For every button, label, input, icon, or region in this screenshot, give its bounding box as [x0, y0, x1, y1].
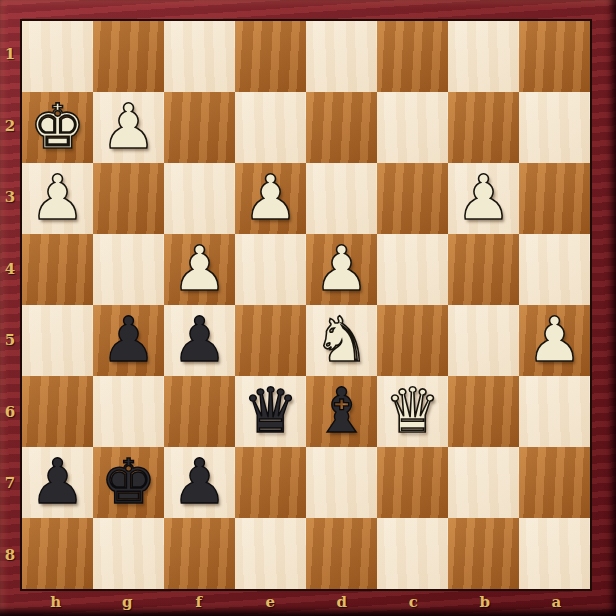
- piece-white-pawn[interactable]: ♟: [527, 309, 583, 371]
- square-h4[interactable]: [22, 234, 93, 305]
- file-label-d: d: [306, 593, 378, 612]
- rank-label-1: 1: [0, 19, 20, 91]
- square-b1[interactable]: [448, 21, 519, 92]
- square-c7[interactable]: [377, 447, 448, 518]
- chess-board: ♚♟♟♟♟♟♟♟♟♞♟♛♝♛♟♚♟: [20, 19, 592, 591]
- piece-black-queen[interactable]: ♛: [243, 380, 299, 442]
- square-h1[interactable]: [22, 21, 93, 92]
- square-g2[interactable]: ♟: [93, 92, 164, 163]
- square-e4[interactable]: [235, 234, 306, 305]
- file-label-h: h: [20, 593, 92, 612]
- square-b6[interactable]: [448, 376, 519, 447]
- piece-white-pawn[interactable]: ♟: [30, 167, 86, 229]
- piece-black-pawn[interactable]: ♟: [172, 309, 228, 371]
- square-b3[interactable]: ♟: [448, 163, 519, 234]
- file-label-a: a: [521, 593, 593, 612]
- square-e6[interactable]: ♛: [235, 376, 306, 447]
- square-f8[interactable]: [164, 518, 235, 589]
- piece-black-pawn[interactable]: ♟: [172, 451, 228, 513]
- square-a8[interactable]: [519, 518, 590, 589]
- square-d2[interactable]: [306, 92, 377, 163]
- square-b4[interactable]: [448, 234, 519, 305]
- square-g4[interactable]: [93, 234, 164, 305]
- square-c8[interactable]: [377, 518, 448, 589]
- square-g8[interactable]: [93, 518, 164, 589]
- square-d4[interactable]: ♟: [306, 234, 377, 305]
- square-b2[interactable]: [448, 92, 519, 163]
- square-f3[interactable]: [164, 163, 235, 234]
- square-h3[interactable]: ♟: [22, 163, 93, 234]
- piece-white-pawn[interactable]: ♟: [456, 167, 512, 229]
- square-a6[interactable]: [519, 376, 590, 447]
- square-h8[interactable]: [22, 518, 93, 589]
- file-label-e: e: [235, 593, 307, 612]
- rank-label-6: 6: [0, 377, 20, 449]
- square-h5[interactable]: [22, 305, 93, 376]
- square-e8[interactable]: [235, 518, 306, 589]
- square-g5[interactable]: ♟: [93, 305, 164, 376]
- piece-black-pawn[interactable]: ♟: [30, 451, 86, 513]
- square-f5[interactable]: ♟: [164, 305, 235, 376]
- square-f6[interactable]: [164, 376, 235, 447]
- square-a5[interactable]: ♟: [519, 305, 590, 376]
- square-d1[interactable]: [306, 21, 377, 92]
- piece-white-pawn[interactable]: ♟: [101, 96, 157, 158]
- square-b5[interactable]: [448, 305, 519, 376]
- square-g1[interactable]: [93, 21, 164, 92]
- piece-white-pawn[interactable]: ♟: [172, 238, 228, 300]
- piece-white-queen[interactable]: ♛: [385, 380, 441, 442]
- square-c2[interactable]: [377, 92, 448, 163]
- file-label-c: c: [378, 593, 450, 612]
- square-c4[interactable]: [377, 234, 448, 305]
- piece-black-pawn[interactable]: ♟: [101, 309, 157, 371]
- square-h6[interactable]: [22, 376, 93, 447]
- rank-label-4: 4: [0, 234, 20, 306]
- square-a2[interactable]: [519, 92, 590, 163]
- square-g7[interactable]: ♚: [93, 447, 164, 518]
- square-e5[interactable]: [235, 305, 306, 376]
- square-d6[interactable]: ♝: [306, 376, 377, 447]
- rank-label-7: 7: [0, 448, 20, 520]
- square-g3[interactable]: [93, 163, 164, 234]
- file-label-b: b: [449, 593, 521, 612]
- square-e1[interactable]: [235, 21, 306, 92]
- square-h2[interactable]: ♚: [22, 92, 93, 163]
- square-h7[interactable]: ♟: [22, 447, 93, 518]
- square-c6[interactable]: ♛: [377, 376, 448, 447]
- piece-white-pawn[interactable]: ♟: [243, 167, 299, 229]
- rank-label-3: 3: [0, 162, 20, 234]
- square-f2[interactable]: [164, 92, 235, 163]
- piece-black-king[interactable]: ♚: [101, 451, 157, 513]
- piece-white-knight[interactable]: ♞: [314, 309, 370, 371]
- square-f4[interactable]: ♟: [164, 234, 235, 305]
- square-d3[interactable]: [306, 163, 377, 234]
- square-d7[interactable]: [306, 447, 377, 518]
- square-f7[interactable]: ♟: [164, 447, 235, 518]
- rank-label-5: 5: [0, 305, 20, 377]
- square-a7[interactable]: [519, 447, 590, 518]
- square-b7[interactable]: [448, 447, 519, 518]
- chess-app: ♚♟♟♟♟♟♟♟♟♞♟♛♝♛♟♚♟ 12345678hgfedcba: [0, 0, 616, 616]
- square-a4[interactable]: [519, 234, 590, 305]
- rank-label-2: 2: [0, 91, 20, 163]
- square-g6[interactable]: [93, 376, 164, 447]
- square-a3[interactable]: [519, 163, 590, 234]
- square-e7[interactable]: [235, 447, 306, 518]
- square-a1[interactable]: [519, 21, 590, 92]
- square-d8[interactable]: [306, 518, 377, 589]
- square-d5[interactable]: ♞: [306, 305, 377, 376]
- rank-label-8: 8: [0, 520, 20, 592]
- piece-black-bishop[interactable]: ♝: [314, 380, 370, 442]
- square-c1[interactable]: [377, 21, 448, 92]
- square-b8[interactable]: [448, 518, 519, 589]
- square-f1[interactable]: [164, 21, 235, 92]
- file-label-f: f: [163, 593, 235, 612]
- piece-white-pawn[interactable]: ♟: [314, 238, 370, 300]
- square-e3[interactable]: ♟: [235, 163, 306, 234]
- square-c3[interactable]: [377, 163, 448, 234]
- file-label-g: g: [92, 593, 164, 612]
- square-c5[interactable]: [377, 305, 448, 376]
- square-e2[interactable]: [235, 92, 306, 163]
- piece-white-king[interactable]: ♚: [30, 96, 86, 158]
